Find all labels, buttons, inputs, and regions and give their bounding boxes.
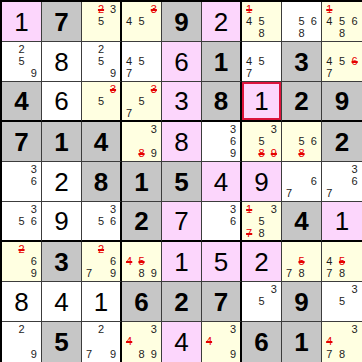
candidate-empty-slot	[95, 348, 107, 361]
candidate-empty-slot	[3, 323, 15, 336]
cell-r4c1[interactable]: 7	[2, 122, 42, 162]
solved-digit: 5	[214, 249, 228, 275]
candidate-grid: 349	[203, 323, 239, 361]
candidate-grid: 3589	[243, 123, 280, 160]
given-digit: 1	[134, 169, 148, 195]
candidate-empty-slot	[243, 135, 255, 147]
solved-digit: 9	[254, 169, 268, 195]
candidate-empty-slot	[148, 28, 160, 40]
cell-r7c1[interactable]: 269	[2, 242, 42, 282]
candidate-empty-slot	[148, 135, 160, 147]
candidate-8: 8	[255, 227, 267, 239]
candidate-empty-slot	[83, 3, 95, 15]
cell-r2c2[interactable]: 8	[42, 42, 82, 82]
candidate-empty-slot	[203, 215, 215, 227]
solved-digit: 4	[174, 329, 188, 355]
candidate-empty-slot	[323, 163, 336, 175]
candidate-empty-slot	[255, 43, 267, 55]
candidate-empty-slot	[3, 43, 15, 55]
cell-r7c6[interactable]: 5	[202, 242, 242, 282]
cell-r1c4[interactable]: 345	[122, 2, 162, 42]
cell-r6c2[interactable]: 9	[42, 202, 82, 242]
cell-r5c6[interactable]: 4	[202, 162, 242, 202]
solved-digit: 1	[335, 208, 349, 234]
cell-r4c5[interactable]: 8	[162, 122, 202, 162]
candidate-empty-slot	[255, 3, 267, 15]
candidate-grid: 568	[283, 3, 320, 40]
candidate-grid: 1458	[243, 3, 280, 40]
candidate-2: 2	[15, 323, 27, 336]
candidate-3: 3	[348, 283, 361, 295]
cell-r9c4[interactable]: 3489	[122, 322, 162, 362]
candidate-empty-slot	[336, 283, 349, 295]
given-digit: 9	[335, 88, 349, 114]
given-digit: 5	[54, 329, 68, 355]
cell-r7c9[interactable]: 4578	[322, 242, 362, 282]
cell-r9c3[interactable]: 279	[82, 322, 122, 362]
solved-digit: 6	[174, 49, 188, 75]
candidate-empty-slot	[123, 348, 135, 361]
candidate-8: 8	[336, 348, 349, 361]
candidate-3: 3	[28, 163, 40, 175]
cell-r5c8[interactable]: 67	[282, 162, 322, 202]
candidate-5: 5	[15, 55, 27, 67]
cell-r3c3[interactable]: 35	[82, 82, 122, 122]
candidate-empty-slot	[348, 255, 361, 267]
candidate-grid: 356	[3, 203, 40, 239]
candidate-empty-slot	[135, 83, 147, 95]
candidate-empty-slot	[348, 68, 361, 80]
candidate-grid: 13578	[243, 203, 280, 239]
candidate-empty-slot	[95, 203, 107, 215]
candidate-empty-slot	[308, 188, 320, 200]
candidate-empty-slot	[215, 227, 227, 239]
candidate-4-eliminated: 4	[203, 336, 215, 349]
cell-r7c3[interactable]: 2679	[82, 242, 122, 282]
cell-r6c9[interactable]: 1	[322, 202, 362, 242]
candidate-empty-slot	[227, 227, 239, 239]
candidate-4: 4	[243, 15, 255, 27]
cell-r4c2[interactable]: 1	[42, 122, 82, 162]
candidate-empty-slot	[215, 123, 227, 135]
cell-r8c7[interactable]: 35	[242, 282, 282, 322]
cell-r6c8[interactable]: 4	[282, 202, 322, 242]
cell-r2c6[interactable]: 1	[202, 42, 242, 82]
candidate-grid: 357	[123, 83, 160, 119]
cell-r3c1[interactable]: 4	[2, 82, 42, 122]
candidate-empty-slot	[336, 308, 349, 320]
cell-r3c2[interactable]: 6	[42, 82, 82, 122]
candidate-8: 8	[295, 28, 307, 40]
candidate-3: 3	[227, 323, 239, 336]
candidate-empty-slot	[15, 175, 27, 187]
candidate-8-eliminated: 8	[295, 148, 307, 160]
board-row-6: 356935627361357841	[2, 202, 362, 242]
candidate-empty-slot	[295, 243, 307, 255]
cell-r1c6[interactable]: 2	[202, 2, 242, 42]
candidate-grid: 457	[243, 43, 280, 80]
candidate-empty-slot	[123, 28, 135, 40]
cell-r3c5[interactable]: 3	[162, 82, 202, 122]
candidate-8: 8	[255, 28, 267, 40]
candidate-empty-slot	[28, 188, 40, 200]
cell-r8c1[interactable]: 8	[2, 282, 42, 322]
candidate-empty-slot	[107, 43, 119, 55]
candidate-empty-slot	[107, 95, 119, 107]
candidate-grid: 367	[323, 163, 361, 200]
cell-r7c5[interactable]: 1	[162, 242, 202, 282]
candidate-empty-slot	[308, 3, 320, 15]
candidate-grid: 568	[283, 123, 320, 160]
solved-digit: 8	[14, 289, 28, 315]
candidate-empty-slot	[323, 28, 336, 40]
candidate-empty-slot	[215, 323, 227, 336]
candidate-empty-slot	[15, 68, 27, 80]
candidate-empty-slot	[283, 148, 295, 160]
candidate-empty-slot	[336, 175, 349, 187]
candidate-8-eliminated: 8	[135, 148, 147, 160]
candidate-empty-slot	[323, 283, 336, 295]
cell-r1c2[interactable]: 7	[42, 2, 82, 42]
cell-r6c1[interactable]: 356	[2, 202, 42, 242]
candidate-empty-slot	[15, 336, 27, 349]
board-row-3: 463535738129	[2, 82, 362, 122]
cell-r8c2[interactable]: 4	[42, 282, 82, 322]
candidate-empty-slot	[268, 15, 280, 27]
cell-r5c9[interactable]: 367	[322, 162, 362, 202]
solved-digit: 1	[174, 249, 188, 275]
candidate-empty-slot	[135, 323, 147, 336]
candidate-empty-slot	[3, 255, 15, 267]
given-digit: 1	[54, 129, 68, 155]
cell-r6c4[interactable]: 2	[122, 202, 162, 242]
candidate-empty-slot	[28, 336, 40, 349]
given-digit: 7	[54, 9, 68, 35]
candidate-empty-slot	[348, 243, 361, 255]
cell-r9c7[interactable]: 6	[242, 322, 282, 362]
candidate-empty-slot	[323, 43, 336, 55]
candidate-5: 5	[295, 135, 307, 147]
candidate-empty-slot	[135, 3, 147, 15]
given-digit: 2	[294, 88, 308, 114]
candidate-7: 7	[123, 107, 135, 119]
candidate-7: 7	[83, 348, 95, 361]
candidate-empty-slot	[268, 55, 280, 67]
given-digit: 8	[94, 169, 108, 195]
candidate-empty-slot	[95, 68, 107, 80]
cell-r2c1[interactable]: 259	[2, 42, 42, 82]
candidate-empty-slot	[295, 3, 307, 15]
candidate-empty-slot	[283, 163, 295, 175]
candidate-empty-slot	[323, 323, 336, 336]
candidate-5: 5	[255, 295, 267, 307]
candidate-grid: 457	[123, 43, 160, 80]
candidate-empty-slot	[135, 123, 147, 135]
candidate-4: 4	[123, 55, 135, 67]
candidate-8: 8	[135, 348, 147, 361]
candidate-empty-slot	[215, 135, 227, 147]
cell-r5c3[interactable]: 8	[82, 162, 122, 202]
cell-r5c4[interactable]: 1	[122, 162, 162, 202]
candidate-6: 6	[227, 215, 239, 227]
cell-r8c8[interactable]: 9	[282, 282, 322, 322]
candidate-empty-slot	[308, 255, 320, 267]
candidate-empty-slot	[243, 308, 255, 320]
cell-r9c6[interactable]: 349	[202, 322, 242, 362]
solved-digit: 8	[54, 49, 68, 75]
cell-r8c4[interactable]: 6	[122, 282, 162, 322]
cell-r4c4[interactable]: 389	[122, 122, 162, 162]
candidate-empty-slot	[135, 107, 147, 119]
candidate-empty-slot	[83, 28, 95, 40]
candidate-empty-slot	[295, 188, 307, 200]
cell-r9c8[interactable]: 1	[282, 322, 322, 362]
candidate-empty-slot	[336, 3, 349, 15]
board-row-1: 1723534592145856814568	[2, 2, 362, 42]
board-row-5: 3628154967367	[2, 162, 362, 202]
candidate-4: 4	[243, 55, 255, 67]
candidate-empty-slot	[3, 268, 15, 280]
solved-digit: 7	[174, 208, 188, 234]
candidate-empty-slot	[203, 203, 215, 215]
candidate-5: 5	[255, 215, 267, 227]
candidate-empty-slot	[123, 323, 135, 336]
candidate-6: 6	[28, 255, 40, 267]
solved-digit: 4	[54, 289, 68, 315]
candidate-grid: 578	[283, 243, 320, 280]
candidate-grid: 269	[3, 243, 40, 280]
cell-r1c5[interactable]: 9	[162, 2, 202, 42]
candidate-empty-slot	[123, 95, 135, 107]
solved-digit: 4	[214, 169, 228, 195]
candidate-grid: 4578	[323, 243, 361, 280]
cell-r6c5[interactable]: 7	[162, 202, 202, 242]
candidate-empty-slot	[3, 188, 15, 200]
candidate-empty-slot	[135, 336, 147, 349]
candidate-4: 4	[123, 15, 135, 27]
cell-r4c9[interactable]: 2	[322, 122, 362, 162]
cell-r2c4[interactable]: 457	[122, 42, 162, 82]
candidate-2-eliminated: 2	[95, 243, 107, 255]
candidate-empty-slot	[148, 43, 160, 55]
candidate-empty-slot	[83, 83, 95, 95]
cell-r6c7[interactable]: 13578	[242, 202, 282, 242]
cell-r6c3[interactable]: 356	[82, 202, 122, 242]
candidate-empty-slot	[336, 188, 349, 200]
candidate-empty-slot	[123, 43, 135, 55]
candidate-6: 6	[107, 215, 119, 227]
candidate-5: 5	[95, 15, 107, 27]
cell-r7c4[interactable]: 4589	[122, 242, 162, 282]
candidate-3: 3	[348, 323, 361, 336]
candidate-empty-slot	[83, 95, 95, 107]
candidate-grid: 36	[3, 163, 40, 200]
candidate-empty-slot	[3, 175, 15, 187]
cell-r4c6[interactable]: 369	[202, 122, 242, 162]
cell-r6c6[interactable]: 36	[202, 202, 242, 242]
candidate-empty-slot	[283, 135, 295, 147]
candidate-9: 9	[227, 348, 239, 361]
solved-digit: 1	[14, 9, 28, 35]
cell-r9c9[interactable]: 3478	[322, 322, 362, 362]
candidate-6-eliminated: 6	[348, 55, 361, 67]
candidate-empty-slot	[348, 268, 361, 280]
candidate-5: 5	[15, 215, 27, 227]
candidate-1-eliminated: 1	[323, 3, 336, 15]
candidate-empty-slot	[215, 203, 227, 215]
candidate-grid: 345	[123, 3, 160, 40]
candidate-empty-slot	[107, 15, 119, 27]
candidate-3: 3	[107, 3, 119, 15]
cell-r1c8[interactable]: 568	[282, 2, 322, 42]
candidate-empty-slot	[308, 243, 320, 255]
candidate-grid: 2679	[83, 243, 119, 280]
candidate-empty-slot	[336, 323, 349, 336]
candidate-empty-slot	[3, 348, 15, 361]
cell-r5c7[interactable]: 9	[242, 162, 282, 202]
candidate-7: 7	[123, 68, 135, 80]
candidate-empty-slot	[215, 348, 227, 361]
candidate-empty-slot	[255, 203, 267, 215]
cell-r2c5[interactable]: 6	[162, 42, 202, 82]
candidate-empty-slot	[95, 336, 107, 349]
candidate-empty-slot	[123, 83, 135, 95]
candidate-empty-slot	[308, 163, 320, 175]
candidate-empty-slot	[3, 243, 15, 255]
cell-r3c7-selected[interactable]: 1	[242, 82, 282, 122]
candidate-empty-slot	[123, 243, 135, 255]
given-digit: 7	[14, 129, 28, 155]
cell-r9c1[interactable]: 29	[2, 322, 42, 362]
candidate-empty-slot	[323, 175, 336, 187]
cell-r4c7[interactable]: 3589	[242, 122, 282, 162]
cell-r4c8[interactable]: 568	[282, 122, 322, 162]
cell-r8c3[interactable]: 1	[82, 282, 122, 322]
cell-r1c3[interactable]: 235	[82, 2, 122, 42]
candidate-empty-slot	[336, 163, 349, 175]
candidate-grid: 36	[203, 203, 239, 239]
candidate-empty-slot	[3, 203, 15, 215]
candidate-7: 7	[323, 68, 336, 80]
candidate-empty-slot	[107, 243, 119, 255]
cell-r2c9[interactable]: 4567	[322, 42, 362, 82]
candidate-empty-slot	[15, 188, 27, 200]
candidate-3: 3	[107, 203, 119, 215]
candidate-3: 3	[227, 123, 239, 135]
candidate-empty-slot	[243, 43, 255, 55]
candidate-empty-slot	[348, 336, 361, 349]
candidate-empty-slot	[107, 107, 119, 119]
cell-r3c9[interactable]: 9	[322, 82, 362, 122]
candidate-empty-slot	[268, 43, 280, 55]
cell-r9c2[interactable]: 5	[42, 322, 82, 362]
candidate-5: 5	[95, 95, 107, 107]
candidate-empty-slot	[336, 336, 349, 349]
candidate-empty-slot	[15, 227, 27, 239]
candidate-empty-slot	[83, 68, 95, 80]
cell-r8c5[interactable]: 2	[162, 282, 202, 322]
candidate-7: 7	[243, 68, 255, 80]
candidate-empty-slot	[308, 268, 320, 280]
candidate-2-eliminated: 2	[15, 243, 27, 255]
board-row-9: 29527934894349613478	[2, 322, 362, 362]
candidate-3: 3	[227, 203, 239, 215]
cell-r3c6[interactable]: 8	[202, 82, 242, 122]
candidate-empty-slot	[348, 308, 361, 320]
candidate-empty-slot	[95, 107, 107, 119]
solved-digit: 9	[54, 208, 68, 234]
candidate-empty-slot	[3, 68, 15, 80]
candidate-empty-slot	[336, 68, 349, 80]
solved-digit: 1	[94, 289, 108, 315]
candidate-empty-slot	[3, 227, 15, 239]
candidate-empty-slot	[283, 175, 295, 187]
candidate-empty-slot	[95, 255, 107, 267]
candidate-7: 7	[283, 268, 295, 280]
candidate-grid: 279	[83, 323, 119, 361]
cell-r3c8[interactable]: 2	[282, 82, 322, 122]
cell-r1c9[interactable]: 14568	[322, 2, 362, 42]
candidate-empty-slot	[83, 55, 95, 67]
candidate-empty-slot	[135, 28, 147, 40]
cell-r2c3[interactable]: 259	[82, 42, 122, 82]
cell-r1c7[interactable]: 1458	[242, 2, 282, 42]
candidate-5-eliminated: 5	[295, 255, 307, 267]
candidate-5: 5	[255, 15, 267, 27]
cell-r5c5[interactable]: 5	[162, 162, 202, 202]
candidate-empty-slot	[268, 308, 280, 320]
candidate-empty-slot	[95, 227, 107, 239]
cell-r5c2[interactable]: 2	[42, 162, 82, 202]
cell-r5c1[interactable]: 36	[2, 162, 42, 202]
candidate-7: 7	[323, 348, 336, 361]
cell-r8c6[interactable]: 7	[202, 282, 242, 322]
candidate-empty-slot	[348, 188, 361, 200]
candidate-5: 5	[135, 55, 147, 67]
candidate-9: 9	[107, 268, 119, 280]
candidate-3: 3	[28, 203, 40, 215]
candidate-9: 9	[148, 268, 160, 280]
cell-r7c7[interactable]: 2	[242, 242, 282, 282]
cell-r2c8[interactable]: 3	[282, 42, 322, 82]
candidate-empty-slot	[107, 323, 119, 336]
solved-digit: 6	[54, 88, 68, 114]
candidate-grid: 369	[203, 123, 239, 160]
candidate-grid: 35	[323, 283, 361, 320]
candidate-3: 3	[148, 323, 160, 336]
candidate-empty-slot	[83, 15, 95, 27]
cell-r1c1[interactable]: 1	[2, 2, 42, 42]
candidate-empty-slot	[123, 123, 135, 135]
candidate-empty-slot	[308, 28, 320, 40]
cell-r8c9[interactable]: 35	[322, 282, 362, 322]
candidate-5: 5	[95, 215, 107, 227]
candidate-9: 9	[107, 68, 119, 80]
cell-r4c3[interactable]: 4	[82, 122, 122, 162]
candidate-grid: 259	[83, 43, 119, 80]
candidate-7: 7	[323, 188, 336, 200]
cell-r3c4[interactable]: 357	[122, 82, 162, 122]
cell-r9c5[interactable]: 4	[162, 322, 202, 362]
cell-r7c2[interactable]: 3	[42, 242, 82, 282]
cell-r2c7[interactable]: 457	[242, 42, 282, 82]
candidate-empty-slot	[83, 243, 95, 255]
candidate-empty-slot	[28, 227, 40, 239]
candidate-empty-slot	[268, 215, 280, 227]
candidate-4: 4	[323, 55, 336, 67]
candidate-4: 4	[323, 15, 336, 27]
cell-r7c8[interactable]: 578	[282, 242, 322, 282]
